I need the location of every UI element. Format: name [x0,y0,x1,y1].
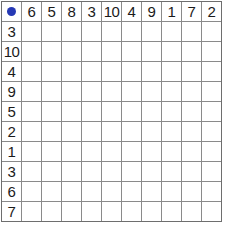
grid-cell[interactable] [82,122,101,141]
grid-cell[interactable] [162,102,181,121]
grid-cell[interactable] [142,82,161,101]
grid-cell[interactable] [22,42,41,61]
grid-cell[interactable] [142,102,161,121]
grid-cell[interactable] [182,22,201,41]
grid-cell[interactable] [202,102,221,121]
grid-cell[interactable] [122,62,141,81]
corner-cell [2,2,21,21]
col-header-cell: 2 [202,2,221,21]
grid-cell[interactable] [62,182,81,201]
grid-cell[interactable] [162,202,181,221]
grid-cell[interactable] [202,122,221,141]
grid-cell[interactable] [62,42,81,61]
grid-cell[interactable] [62,162,81,181]
grid-cell[interactable] [182,162,201,181]
grid-cell[interactable] [142,62,161,81]
grid-cell[interactable] [182,102,201,121]
grid-cell[interactable] [122,202,141,221]
grid-cell[interactable] [22,22,41,41]
grid-cell[interactable] [62,142,81,161]
grid-cell[interactable] [22,202,41,221]
row-header-cell: 2 [2,122,21,141]
grid-cell[interactable] [102,62,121,81]
col-header-cell: 5 [42,2,61,21]
grid-cell[interactable] [102,162,121,181]
grid-cell[interactable] [82,182,101,201]
grid-cell[interactable] [182,202,201,221]
grid-cell[interactable] [142,182,161,201]
grid-cell[interactable] [142,162,161,181]
grid-cell[interactable] [42,42,61,61]
row-header-cell: 9 [2,82,21,101]
grid-cell[interactable] [182,82,201,101]
row-header-cell: 6 [2,182,21,201]
grid-cell[interactable] [102,22,121,41]
grid-cell[interactable] [62,122,81,141]
col-header-cell: 7 [182,2,201,21]
grid-cell[interactable] [42,102,61,121]
grid-cell[interactable] [162,42,181,61]
row-header-cell: 1 [2,142,21,161]
grid-cell[interactable] [122,142,141,161]
grid-cell[interactable] [122,122,141,141]
grid-cell[interactable] [22,162,41,181]
col-header-cell: 9 [142,2,161,21]
multiplication-grid: 6583104917231049521367 [1,1,222,222]
grid-cell[interactable] [82,62,101,81]
grid-cell[interactable] [202,42,221,61]
grid-cell[interactable] [42,22,61,41]
grid-cell[interactable] [162,22,181,41]
grid-cell[interactable] [202,142,221,161]
col-header-cell: 8 [62,2,81,21]
grid-cell[interactable] [82,102,101,121]
grid-cell[interactable] [82,82,101,101]
grid-cell[interactable] [162,182,181,201]
row-header-cell: 10 [2,42,21,61]
grid-cell[interactable] [62,102,81,121]
grid-cell[interactable] [22,182,41,201]
row-header-cell: 3 [2,22,21,41]
grid-cell[interactable] [122,22,141,41]
row-header-cell: 5 [2,102,21,121]
row-header-cell: 7 [2,202,21,221]
grid-cell[interactable] [202,62,221,81]
grid-cell[interactable] [102,142,121,161]
grid-cell[interactable] [42,202,61,221]
grid-cell[interactable] [122,82,141,101]
grid-cell[interactable] [22,82,41,101]
row-header-cell: 4 [2,62,21,81]
grid-cell[interactable] [142,22,161,41]
row-header-cell: 3 [2,162,21,181]
grid-cell[interactable] [202,22,221,41]
grid-cell[interactable] [82,202,101,221]
grid-cell[interactable] [202,202,221,221]
grid-cell[interactable] [122,42,141,61]
grid-cell[interactable] [62,62,81,81]
grid-cell[interactable] [42,182,61,201]
grid-cell[interactable] [182,42,201,61]
grid-cell[interactable] [102,102,121,121]
col-header-cell: 6 [22,2,41,21]
grid-cell[interactable] [42,122,61,141]
grid-cell[interactable] [182,142,201,161]
grid-cell[interactable] [162,162,181,181]
grid-cell[interactable] [162,142,181,161]
grid-cell[interactable] [62,202,81,221]
col-header-cell: 3 [82,2,101,21]
grid-cell[interactable] [142,42,161,61]
grid-cell[interactable] [22,62,41,81]
grid-cell[interactable] [122,162,141,181]
col-header-cell: 10 [102,2,121,21]
grid-cell[interactable] [162,82,181,101]
grid-cell[interactable] [82,162,101,181]
grid-cell[interactable] [142,202,161,221]
grid-cell[interactable] [122,102,141,121]
grid-cell[interactable] [42,82,61,101]
grid-cell[interactable] [42,62,61,81]
grid-cell[interactable] [82,42,101,61]
grid-cell[interactable] [42,162,61,181]
grid-cell[interactable] [202,82,221,101]
grid-cell[interactable] [102,182,121,201]
grid-cell[interactable] [82,142,101,161]
grid-cell[interactable] [142,122,161,141]
grid-cell[interactable] [182,182,201,201]
col-header-cell: 4 [122,2,141,21]
grid-cell[interactable] [182,62,201,81]
grid-cell[interactable] [102,122,121,141]
grid-cell[interactable] [22,102,41,121]
grid-cell[interactable] [102,82,121,101]
grid-cell[interactable] [62,22,81,41]
grid-cell[interactable] [102,42,121,61]
grid-cell[interactable] [82,22,101,41]
grid-cell[interactable] [42,142,61,161]
grid-cell[interactable] [162,122,181,141]
grid-cell[interactable] [202,182,221,201]
grid-cell[interactable] [22,142,41,161]
grid-cell[interactable] [62,82,81,101]
multiplication-dot-icon [7,7,16,16]
grid-cell[interactable] [122,182,141,201]
col-header-cell: 1 [162,2,181,21]
grid-cell[interactable] [182,122,201,141]
grid-cell[interactable] [142,142,161,161]
grid-cell[interactable] [162,62,181,81]
grid-cell[interactable] [102,202,121,221]
grid-cell[interactable] [22,122,41,141]
grid-cell[interactable] [202,162,221,181]
